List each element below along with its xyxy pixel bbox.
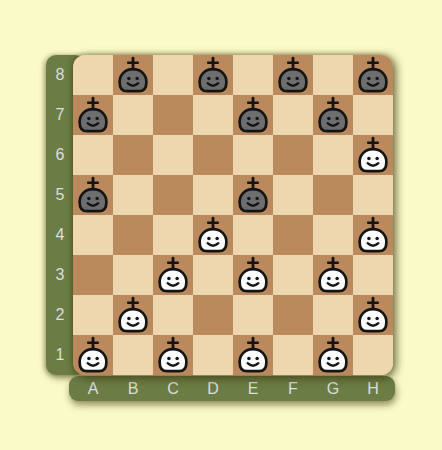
rank-label-8: 8: [46, 55, 74, 95]
black-checker-piece[interactable]: [353, 55, 393, 95]
white-checker-piece[interactable]: [313, 335, 353, 375]
square-h1[interactable]: [353, 335, 393, 375]
white-checker-piece[interactable]: [153, 255, 193, 295]
file-rail: ABCDEFGH: [69, 376, 395, 401]
black-checker-piece[interactable]: [233, 175, 273, 215]
white-checker-piece[interactable]: [233, 255, 273, 295]
square-e5[interactable]: [233, 175, 273, 215]
white-checker-piece[interactable]: [233, 335, 273, 375]
square-b7[interactable]: [113, 95, 153, 135]
square-g5[interactable]: [313, 175, 353, 215]
black-checker-piece[interactable]: [73, 95, 113, 135]
square-c5[interactable]: [153, 175, 193, 215]
square-a3[interactable]: [73, 255, 113, 295]
square-b2[interactable]: [113, 295, 153, 335]
rank-label-1: 1: [46, 335, 74, 375]
black-checker-piece[interactable]: [193, 55, 233, 95]
square-g3[interactable]: [313, 255, 353, 295]
file-label-c: C: [153, 376, 193, 401]
white-checker-piece[interactable]: [313, 255, 353, 295]
square-e4[interactable]: [233, 215, 273, 255]
square-h2[interactable]: [353, 295, 393, 335]
square-f8[interactable]: [273, 55, 313, 95]
file-label-a: A: [73, 376, 113, 401]
white-checker-piece[interactable]: [153, 335, 193, 375]
file-label-d: D: [193, 376, 233, 401]
rank-label-4: 4: [46, 215, 74, 255]
square-c3[interactable]: [153, 255, 193, 295]
square-c1[interactable]: [153, 335, 193, 375]
rank-label-3: 3: [46, 255, 74, 295]
square-b5[interactable]: [113, 175, 153, 215]
square-c2[interactable]: [153, 295, 193, 335]
square-a6[interactable]: [73, 135, 113, 175]
square-g7[interactable]: [313, 95, 353, 135]
black-checker-piece[interactable]: [273, 55, 313, 95]
square-e2[interactable]: [233, 295, 273, 335]
page: 87654321 ABCDEFGH: [0, 0, 442, 450]
square-f7[interactable]: [273, 95, 313, 135]
square-h6[interactable]: [353, 135, 393, 175]
rank-labels: 87654321: [46, 55, 74, 375]
square-d7[interactable]: [193, 95, 233, 135]
rank-label-2: 2: [46, 295, 74, 335]
square-d5[interactable]: [193, 175, 233, 215]
square-a1[interactable]: [73, 335, 113, 375]
square-c4[interactable]: [153, 215, 193, 255]
square-g2[interactable]: [313, 295, 353, 335]
file-label-g: G: [313, 376, 353, 401]
file-label-e: E: [233, 376, 273, 401]
file-label-h: H: [353, 376, 393, 401]
square-h8[interactable]: [353, 55, 393, 95]
black-checker-piece[interactable]: [233, 95, 273, 135]
white-checker-piece[interactable]: [353, 215, 393, 255]
square-a5[interactable]: [73, 175, 113, 215]
square-f5[interactable]: [273, 175, 313, 215]
square-a2[interactable]: [73, 295, 113, 335]
square-c6[interactable]: [153, 135, 193, 175]
square-d4[interactable]: [193, 215, 233, 255]
square-f4[interactable]: [273, 215, 313, 255]
square-f2[interactable]: [273, 295, 313, 335]
white-checker-piece[interactable]: [113, 295, 153, 335]
square-b8[interactable]: [113, 55, 153, 95]
black-checker-piece[interactable]: [313, 95, 353, 135]
square-b3[interactable]: [113, 255, 153, 295]
white-checker-piece[interactable]: [353, 135, 393, 175]
rank-label-6: 6: [46, 135, 74, 175]
square-e7[interactable]: [233, 95, 273, 135]
square-a4[interactable]: [73, 215, 113, 255]
square-f1[interactable]: [273, 335, 313, 375]
square-e3[interactable]: [233, 255, 273, 295]
board: [73, 55, 393, 375]
square-g8[interactable]: [313, 55, 353, 95]
square-e1[interactable]: [233, 335, 273, 375]
square-e8[interactable]: [233, 55, 273, 95]
square-a7[interactable]: [73, 95, 113, 135]
square-d3[interactable]: [193, 255, 233, 295]
square-g6[interactable]: [313, 135, 353, 175]
file-label-b: B: [113, 376, 153, 401]
square-c8[interactable]: [153, 55, 193, 95]
square-a8[interactable]: [73, 55, 113, 95]
square-b1[interactable]: [113, 335, 153, 375]
white-checker-piece[interactable]: [193, 215, 233, 255]
square-f3[interactable]: [273, 255, 313, 295]
square-h3[interactable]: [353, 255, 393, 295]
square-d6[interactable]: [193, 135, 233, 175]
square-h4[interactable]: [353, 215, 393, 255]
square-e6[interactable]: [233, 135, 273, 175]
square-g1[interactable]: [313, 335, 353, 375]
rank-label-7: 7: [46, 95, 74, 135]
square-d8[interactable]: [193, 55, 233, 95]
square-b6[interactable]: [113, 135, 153, 175]
square-c7[interactable]: [153, 95, 193, 135]
square-b4[interactable]: [113, 215, 153, 255]
square-d1[interactable]: [193, 335, 233, 375]
square-h5[interactable]: [353, 175, 393, 215]
square-d2[interactable]: [193, 295, 233, 335]
file-label-f: F: [273, 376, 313, 401]
black-checker-piece[interactable]: [73, 175, 113, 215]
rank-label-5: 5: [46, 175, 74, 215]
white-checker-piece[interactable]: [353, 295, 393, 335]
square-g4[interactable]: [313, 215, 353, 255]
square-f6[interactable]: [273, 135, 313, 175]
black-checker-piece[interactable]: [113, 55, 153, 95]
square-h7[interactable]: [353, 95, 393, 135]
white-checker-piece[interactable]: [73, 335, 113, 375]
